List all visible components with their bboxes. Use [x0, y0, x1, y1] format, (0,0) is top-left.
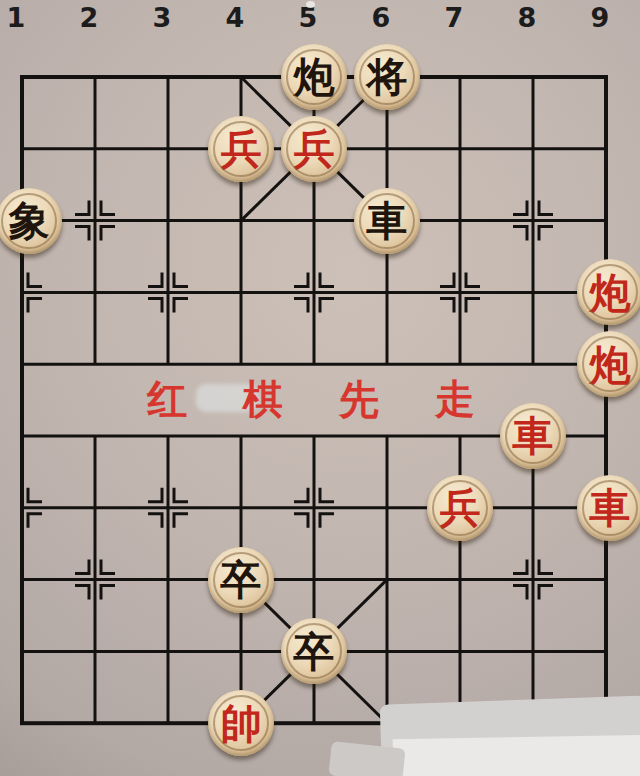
red-soldier-glyph: 兵 [440, 486, 481, 529]
xiangqi-puzzle-screenshot: 123456789 红 棋 先 走 炮将兵兵象車炮炮車兵車卒卒帥 [0, 0, 640, 776]
file-number-labels: 123456789 [0, 0, 640, 40]
file-label-9: 9 [585, 2, 615, 33]
black-soldier-piece[interactable]: 卒 [208, 547, 274, 613]
black-elephant-glyph: 象 [9, 199, 50, 242]
red-soldier-piece[interactable]: 兵 [427, 475, 493, 541]
file-label-7: 7 [439, 2, 469, 33]
black-soldier-piece[interactable]: 卒 [281, 618, 347, 684]
red-cannon-piece[interactable]: 炮 [577, 331, 640, 397]
red-soldier-piece[interactable]: 兵 [208, 116, 274, 182]
red-cannon-piece[interactable]: 炮 [577, 259, 640, 325]
red-soldier-glyph: 兵 [221, 127, 262, 170]
red-chariot-glyph: 車 [513, 414, 554, 457]
file-label-4: 4 [220, 2, 250, 33]
red-general-piece[interactable]: 帥 [208, 690, 274, 756]
image-speck [306, 1, 315, 8]
black-chariot-piece[interactable]: 車 [354, 188, 420, 254]
black-general-piece[interactable]: 将 [354, 44, 420, 110]
file-label-1: 1 [1, 2, 31, 33]
black-soldier-glyph: 卒 [221, 558, 262, 601]
file-label-8: 8 [512, 2, 542, 33]
red-chariot-piece[interactable]: 車 [500, 403, 566, 469]
red-general-glyph: 帥 [221, 702, 262, 745]
black-elephant-piece[interactable]: 象 [0, 188, 62, 254]
red-cannon-glyph: 炮 [590, 271, 631, 314]
file-label-2: 2 [74, 2, 104, 33]
file-label-3: 3 [147, 2, 177, 33]
black-cannon-piece[interactable]: 炮 [281, 44, 347, 110]
black-cannon-glyph: 炮 [294, 55, 335, 98]
red-chariot-glyph: 車 [590, 486, 631, 529]
red-chariot-piece[interactable]: 車 [577, 475, 640, 541]
black-chariot-glyph: 車 [367, 199, 408, 242]
red-soldier-glyph: 兵 [294, 127, 335, 170]
file-label-6: 6 [366, 2, 396, 33]
black-general-glyph: 将 [367, 55, 408, 98]
black-soldier-glyph: 卒 [294, 630, 335, 673]
piece-layer[interactable]: 炮将兵兵象車炮炮車兵車卒卒帥 [0, 41, 640, 759]
red-soldier-piece[interactable]: 兵 [281, 116, 347, 182]
red-cannon-glyph: 炮 [590, 343, 631, 386]
